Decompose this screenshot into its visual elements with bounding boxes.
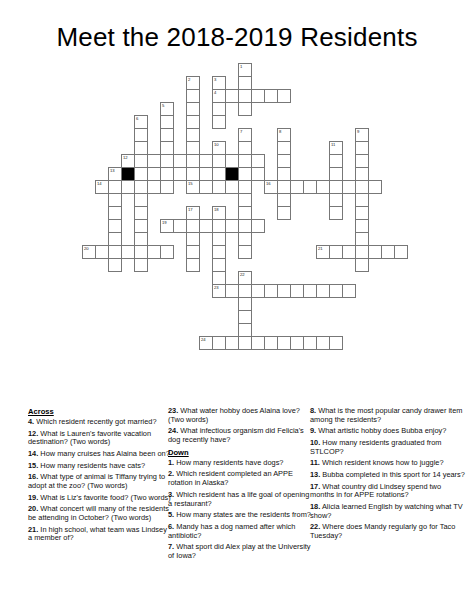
grid-cell[interactable]	[160, 167, 174, 181]
grid-cell[interactable]	[368, 180, 382, 194]
grid-cell[interactable]	[368, 245, 382, 259]
grid-cell[interactable]	[251, 284, 265, 298]
clue: 18. Alicia learned English by watching w…	[310, 503, 466, 521]
clue: 19. What is Liz's favorite food? (Two wo…	[28, 494, 173, 503]
clue: 20. What concert will many of the reside…	[28, 505, 173, 523]
cell-number: 7	[240, 129, 242, 134]
grid-cell[interactable]	[186, 232, 200, 246]
grid-cell[interactable]	[277, 154, 291, 168]
clue: 3. Which resident has a life goal of ope…	[168, 491, 311, 509]
grid-cell[interactable]	[277, 193, 291, 207]
grid-cell[interactable]	[329, 193, 343, 207]
grid-cell[interactable]	[134, 167, 148, 181]
grid-cell[interactable]	[277, 180, 291, 194]
grid-cell[interactable]: 10	[212, 141, 226, 155]
clue-number: 16.	[28, 472, 38, 481]
cell-number: 11	[331, 142, 335, 147]
grid-cell[interactable]	[186, 115, 200, 129]
cell-number: 18	[214, 207, 219, 212]
grid-cell[interactable]	[186, 167, 200, 181]
clue-number: 23.	[168, 406, 178, 415]
cell-number: 20	[84, 246, 89, 251]
grid-cell[interactable]	[134, 258, 148, 272]
grid-cell[interactable]	[251, 154, 265, 168]
crossword-grid: 123456789101112131415161718192021222324	[82, 63, 409, 351]
grid-cell[interactable]	[212, 154, 226, 168]
grid-cell[interactable]	[329, 167, 343, 181]
grid-cell[interactable]	[355, 167, 369, 181]
grid-cell[interactable]	[134, 219, 148, 233]
clue-number: 10.	[310, 438, 320, 447]
grid-cell[interactable]	[199, 167, 213, 181]
grid-cell[interactable]: 22	[238, 271, 252, 285]
grid-cell[interactable]	[186, 102, 200, 116]
grid-cell[interactable]	[394, 245, 408, 259]
grid-cell[interactable]	[108, 180, 122, 194]
clue-number: 4.	[28, 417, 34, 426]
grid-cell[interactable]	[329, 180, 343, 194]
clue-number: 20.	[28, 504, 38, 513]
cell-number: 17	[188, 207, 193, 212]
cell-number: 16	[266, 181, 271, 186]
grid-cell[interactable]	[147, 245, 161, 259]
cell-number: 5	[162, 103, 164, 108]
grid-cell[interactable]	[173, 167, 187, 181]
clue-number: 18.	[310, 502, 320, 511]
blocked-cell	[121, 167, 135, 181]
grid-cell[interactable]	[186, 89, 200, 103]
grid-cell[interactable]	[225, 154, 239, 168]
grid-cell[interactable]	[238, 89, 252, 103]
grid-cell[interactable]	[238, 232, 252, 246]
grid-cell[interactable]	[238, 310, 252, 324]
grid-cell[interactable]	[238, 193, 252, 207]
grid-cell[interactable]	[355, 258, 369, 272]
grid-cell[interactable]	[225, 284, 239, 298]
blocked-cell	[225, 167, 239, 181]
grid-cell[interactable]	[212, 219, 226, 233]
grid-cell[interactable]	[264, 89, 278, 103]
clue: 10. How many residents graduated from ST…	[310, 439, 466, 457]
cell-number: 4	[214, 90, 216, 95]
grid-cell[interactable]: 19	[160, 219, 174, 233]
grid-cell[interactable]	[134, 193, 148, 207]
grid-cell[interactable]	[355, 206, 369, 220]
grid-cell[interactable]	[303, 180, 317, 194]
grid-cell[interactable]	[160, 115, 174, 129]
clue: 1. How many residents have dogs?	[168, 459, 311, 468]
grid-cell[interactable]	[212, 245, 226, 259]
grid-cell[interactable]	[303, 284, 317, 298]
grid-cell[interactable]	[238, 284, 252, 298]
grid-cell[interactable]	[277, 284, 291, 298]
grid-cell[interactable]: 4	[212, 89, 226, 103]
grid-cell[interactable]	[251, 336, 265, 350]
clue: 4. Which resident recently got married?	[28, 418, 173, 427]
grid-cell[interactable]	[134, 232, 148, 246]
grid-cell[interactable]	[264, 284, 278, 298]
grid-cell[interactable]	[108, 206, 122, 220]
grid-cell[interactable]: 17	[186, 206, 200, 220]
cell-number: 14	[97, 181, 102, 186]
clue-column-1: Across4. Which resident recently got mar…	[28, 407, 173, 546]
cell-number: 24	[201, 337, 206, 342]
grid-cell[interactable]	[95, 245, 109, 259]
cell-number: 3	[214, 77, 216, 82]
grid-cell[interactable]	[290, 180, 304, 194]
grid-cell[interactable]	[147, 154, 161, 168]
grid-cell[interactable]: 16	[264, 180, 278, 194]
grid-cell[interactable]	[355, 245, 369, 259]
grid-cell[interactable]	[290, 284, 304, 298]
grid-cell[interactable]: 11	[329, 141, 343, 155]
clue-number: 1.	[168, 458, 174, 467]
grid-cell[interactable]	[355, 193, 369, 207]
clue: 24. What infectious organism did Felicia…	[168, 427, 311, 445]
clue-number: 19.	[28, 493, 38, 502]
grid-cell[interactable]: 23	[212, 284, 226, 298]
clue-number: 14.	[28, 449, 38, 458]
grid-cell[interactable]	[251, 219, 265, 233]
grid-cell[interactable]	[355, 154, 369, 168]
grid-cell[interactable]: 18	[212, 206, 226, 220]
grid-cell[interactable]	[160, 154, 174, 168]
cell-number: 8	[279, 129, 281, 134]
grid-cell[interactable]	[160, 245, 174, 259]
grid-cell[interactable]	[212, 102, 226, 116]
grid-cell[interactable]	[212, 258, 226, 272]
grid-cell[interactable]	[225, 336, 239, 350]
grid-cell[interactable]	[186, 128, 200, 142]
grid-cell[interactable]	[108, 245, 122, 259]
grid-cell[interactable]	[134, 245, 148, 259]
cell-number: 22	[240, 272, 245, 277]
grid-cell[interactable]	[134, 206, 148, 220]
grid-cell[interactable]	[108, 232, 122, 246]
grid-cell[interactable]	[329, 245, 343, 259]
grid-cell[interactable]	[277, 336, 291, 350]
grid-cell[interactable]	[329, 284, 343, 298]
grid-cell[interactable]	[290, 336, 304, 350]
grid-cell[interactable]	[199, 180, 213, 194]
grid-cell[interactable]	[212, 180, 226, 194]
clue: 8. What is the most popular candy drawer…	[310, 407, 466, 425]
grid-cell[interactable]	[186, 258, 200, 272]
grid-cell[interactable]	[134, 141, 148, 155]
grid-cell[interactable]	[277, 89, 291, 103]
grid-cell[interactable]: 21	[316, 245, 330, 259]
grid-cell[interactable]	[251, 167, 265, 181]
clue-number: 13.	[310, 470, 320, 479]
grid-cell[interactable]	[212, 167, 226, 181]
clue-number: 5.	[168, 510, 174, 519]
clue: 23. What water hobby does Alaina love? (…	[168, 407, 311, 425]
clue: 15. How many residents have cats?	[28, 462, 173, 471]
grid-cell[interactable]: 3	[212, 76, 226, 90]
grid-cell[interactable]	[199, 219, 213, 233]
grid-cell[interactable]	[147, 167, 161, 181]
grid-cell[interactable]	[212, 336, 226, 350]
cell-number: 2	[188, 77, 190, 82]
grid-cell[interactable]	[355, 180, 369, 194]
grid-cell[interactable]	[173, 219, 187, 233]
clue: 9. What artistic hobby does Bubba enjoy?	[310, 427, 466, 436]
clue-number: 22.	[310, 522, 320, 531]
grid-cell[interactable]	[329, 154, 343, 168]
clue-number: 21.	[28, 525, 38, 534]
grid-cell[interactable]	[134, 180, 148, 194]
grid-cell[interactable]: 9	[355, 128, 369, 142]
clue: 12. What is Lauren's favorite vacation d…	[28, 430, 173, 448]
clue-number: 8.	[310, 406, 316, 415]
grid-cell[interactable]	[212, 271, 226, 285]
grid-cell[interactable]	[225, 180, 239, 194]
grid-cell[interactable]	[238, 245, 252, 259]
grid-cell[interactable]: 5	[160, 102, 174, 116]
grid-cell[interactable]	[121, 245, 135, 259]
grid-cell[interactable]	[342, 245, 356, 259]
clue: 13. Bubba completed in this sport for 14…	[310, 471, 466, 480]
grid-cell[interactable]	[121, 180, 135, 194]
grid-cell[interactable]	[381, 245, 395, 259]
cell-number: 1	[240, 64, 242, 69]
grid-cell[interactable]	[238, 154, 252, 168]
grid-cell[interactable]	[329, 206, 343, 220]
cell-number: 10	[214, 142, 219, 147]
grid-cell[interactable]	[316, 284, 330, 298]
grid-cell[interactable]	[355, 232, 369, 246]
grid-cell[interactable]: 14	[95, 180, 109, 194]
grid-cell[interactable]	[199, 154, 213, 168]
clue: 2. Which resident completed an APPE rota…	[168, 470, 311, 488]
grid-cell[interactable]	[238, 206, 252, 220]
grid-cell[interactable]	[238, 323, 252, 337]
clue: 5. How many states are the residents fro…	[168, 511, 311, 520]
grid-cell[interactable]	[186, 245, 200, 259]
grid-cell[interactable]: 8	[277, 128, 291, 142]
grid-cell[interactable]	[225, 89, 239, 103]
grid-cell[interactable]: 7	[238, 128, 252, 142]
grid-cell[interactable]	[108, 258, 122, 272]
grid-cell[interactable]	[238, 219, 252, 233]
clue-number: 12.	[28, 429, 38, 438]
grid-cell[interactable]	[238, 102, 252, 116]
clue-column-2: 23. What water hobby does Alaina love? (…	[168, 407, 311, 564]
grid-cell[interactable]	[173, 154, 187, 168]
clue-number: 3.	[168, 490, 174, 499]
puzzle-title: Meet the 2018-2019 Residents	[0, 22, 474, 53]
cell-number: 23	[214, 285, 219, 290]
clue-number: 7.	[168, 542, 174, 551]
grid-cell[interactable]	[108, 219, 122, 233]
clue: 11. Which resident knows how to juggle?	[310, 459, 466, 468]
across-header: Across	[28, 407, 173, 416]
grid-cell[interactable]	[303, 336, 317, 350]
grid-cell[interactable]: 2	[186, 76, 200, 90]
grid-cell[interactable]	[186, 219, 200, 233]
grid-cell[interactable]	[264, 336, 278, 350]
grid-cell[interactable]: 6	[134, 115, 148, 129]
grid-cell[interactable]	[160, 128, 174, 142]
grid-cell[interactable]	[329, 336, 343, 350]
clue: 6. Mandy has a dog named after which ant…	[168, 523, 311, 541]
clue-number: 2.	[168, 469, 174, 478]
cell-number: 12	[123, 155, 128, 160]
clue-number: 6.	[168, 522, 174, 531]
grid-cell[interactable]	[238, 336, 252, 350]
grid-cell[interactable]	[160, 180, 174, 194]
crossword-page: { "game": "crossword", "title": "Meet th…	[0, 0, 474, 613]
grid-cell[interactable]	[212, 232, 226, 246]
grid-cell[interactable]	[277, 206, 291, 220]
clue: 21. In high school, what team was Lindse…	[28, 526, 173, 544]
cell-number: 9	[357, 129, 359, 134]
grid-cell[interactable]	[355, 219, 369, 233]
grid-cell[interactable]	[160, 141, 174, 155]
grid-cell[interactable]	[212, 115, 226, 129]
grid-cell[interactable]	[355, 141, 369, 155]
clue: 22. Where does Mandy regularly go for Ta…	[310, 523, 466, 541]
grid-cell[interactable]	[238, 76, 252, 90]
cell-number: 6	[136, 116, 138, 121]
grid-cell[interactable]	[277, 141, 291, 155]
cell-number: 15	[188, 181, 193, 186]
grid-cell[interactable]	[342, 180, 356, 194]
grid-cell[interactable]	[316, 336, 330, 350]
clue-number: 17.	[310, 482, 320, 491]
clue: 17. What country did Lindsey spend two m…	[310, 483, 466, 501]
grid-cell[interactable]	[225, 219, 239, 233]
grid-cell[interactable]	[238, 180, 252, 194]
clue: 16. What type of animal is Tiffany tryin…	[28, 473, 173, 491]
down-header: Down	[168, 448, 311, 457]
grid-cell[interactable]	[238, 141, 252, 155]
cell-number: 13	[110, 168, 115, 173]
grid-cell[interactable]: 20	[82, 245, 96, 259]
grid-cell[interactable]	[186, 154, 200, 168]
grid-cell[interactable]	[134, 128, 148, 142]
grid-cell[interactable]	[147, 180, 161, 194]
cell-number: 21	[318, 246, 323, 251]
grid-cell[interactable]	[316, 180, 330, 194]
grid-cell[interactable]	[186, 141, 200, 155]
grid-cell[interactable]	[134, 154, 148, 168]
clue-number: 11.	[310, 458, 320, 467]
grid-cell[interactable]: 24	[199, 336, 213, 350]
grid-cell[interactable]	[342, 284, 356, 298]
clue: 14. How many cruises has Alaina been on?	[28, 450, 173, 459]
grid-cell[interactable]: 15	[186, 180, 200, 194]
grid-cell[interactable]	[251, 89, 265, 103]
grid-cell[interactable]: 12	[121, 154, 135, 168]
clue: 7. What sport did Alex play at the Unive…	[168, 543, 311, 561]
clue-number: 15.	[28, 461, 38, 470]
clue-column-3: 8. What is the most popular candy drawer…	[310, 407, 466, 544]
grid-cell[interactable]	[108, 193, 122, 207]
grid-cell[interactable]	[238, 167, 252, 181]
grid-cell[interactable]	[277, 167, 291, 181]
grid-cell[interactable]: 13	[108, 167, 122, 181]
clue-number: 24.	[168, 426, 178, 435]
cell-number: 19	[162, 220, 167, 225]
grid-cell[interactable]	[238, 297, 252, 311]
grid-cell[interactable]: 1	[238, 63, 252, 77]
clue-number: 9.	[310, 426, 316, 435]
